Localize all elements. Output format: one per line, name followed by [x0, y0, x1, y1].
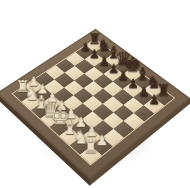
square-h1: ♜ [80, 146, 102, 164]
chess-board: ♜♞♝♛♚♝♞♜♟♟♟♟♟♟♟♟♟♟♟♟♟♟♟♟♜♞♝♛♚♝♞♜ [0, 29, 190, 186]
square-c4 [64, 80, 84, 95]
black-pawn: ♟ [140, 93, 168, 106]
square-h7: ♟ [144, 97, 164, 113]
board-squares: ♜♞♝♛♚♝♞♜♟♟♟♟♟♟♟♟♟♟♟♟♟♟♟♟♜♞♝♛♚♝♞♜ [13, 39, 174, 164]
scene: ♜♞♝♛♚♝♞♜♟♟♟♟♟♟♟♟♟♟♟♟♟♟♟♟♜♞♝♛♚♝♞♜ [0, 0, 190, 188]
chess-set-product-photo: ♜♞♝♛♚♝♞♜♟♟♟♟♟♟♟♟♟♟♟♟♟♟♟♟♜♞♝♛♚♝♞♜ [0, 0, 190, 188]
white-rook: ♜ [76, 138, 106, 155]
